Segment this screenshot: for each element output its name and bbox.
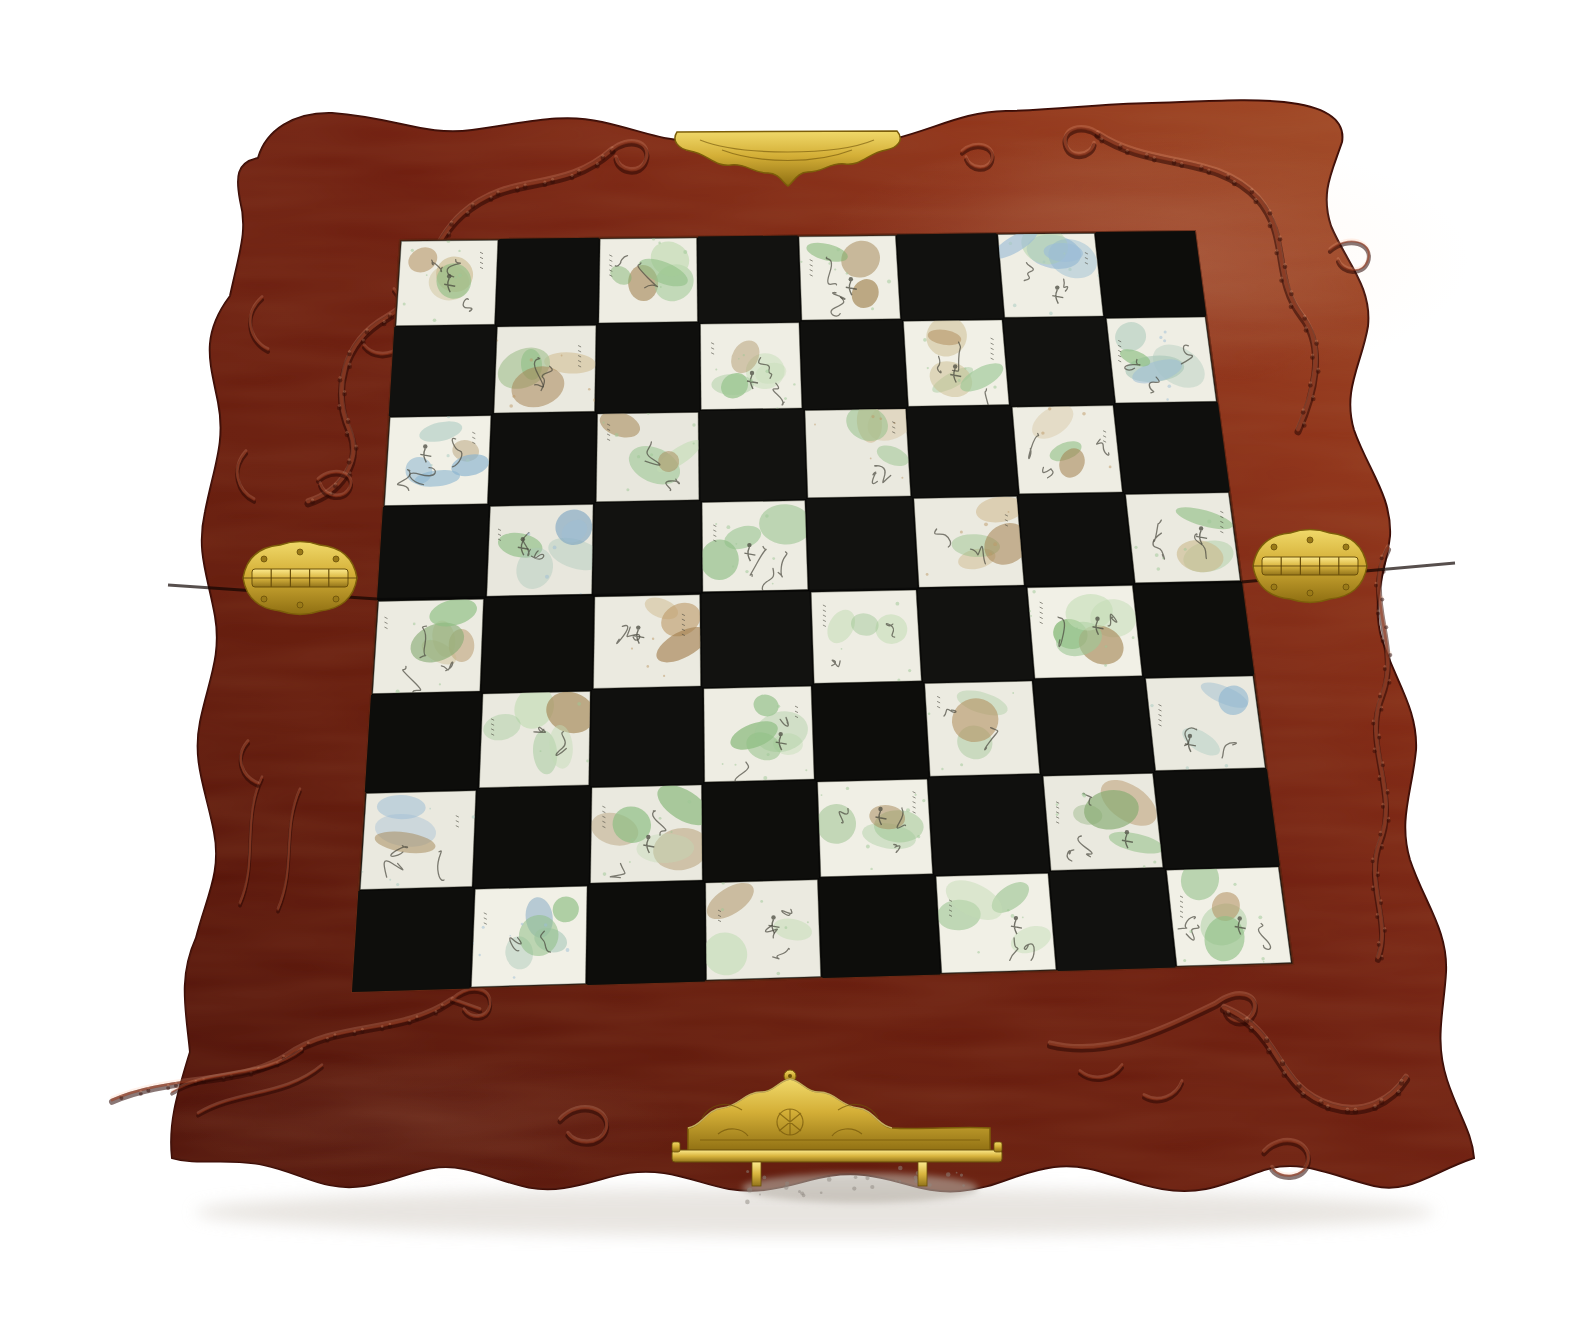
- square-e5[interactable]: [806, 497, 917, 591]
- square-f1[interactable]: [936, 872, 1056, 973]
- square-h6[interactable]: [1114, 403, 1230, 494]
- square-c5[interactable]: [593, 501, 701, 595]
- square-b5[interactable]: [487, 505, 608, 597]
- square-a6[interactable]: [385, 415, 491, 506]
- square-h4[interactable]: [1134, 582, 1255, 677]
- square-e1[interactable]: [819, 875, 940, 978]
- folding-chess-board-photo: [0, 0, 1586, 1331]
- square-h1[interactable]: [1167, 854, 1292, 966]
- square-c1[interactable]: [587, 882, 705, 986]
- square-e2[interactable]: [812, 779, 933, 877]
- square-d6[interactable]: [700, 409, 807, 501]
- square-a8[interactable]: [396, 239, 498, 326]
- square-g5[interactable]: [1018, 493, 1134, 586]
- square-d2[interactable]: [703, 781, 819, 882]
- square-b6[interactable]: [489, 413, 596, 505]
- square-f7[interactable]: [904, 308, 1010, 414]
- square-d5[interactable]: [700, 501, 813, 597]
- square-g7[interactable]: [1003, 317, 1114, 406]
- square-b7[interactable]: [491, 326, 597, 414]
- square-d1[interactable]: [696, 876, 821, 984]
- square-f2[interactable]: [929, 775, 1050, 875]
- square-c4[interactable]: [594, 593, 714, 688]
- square-e7[interactable]: [800, 320, 907, 409]
- square-a7[interactable]: [389, 326, 496, 416]
- brass-hinge-left: [243, 542, 357, 615]
- square-g1[interactable]: [1050, 869, 1176, 971]
- square-a5[interactable]: [377, 505, 489, 600]
- square-f3[interactable]: [925, 681, 1041, 776]
- square-e4[interactable]: [811, 590, 921, 683]
- square-b2[interactable]: [474, 786, 591, 888]
- square-g2[interactable]: [1043, 771, 1166, 871]
- chess-board: [352, 220, 1293, 992]
- square-f6[interactable]: [907, 406, 1018, 497]
- square-a3[interactable]: [365, 693, 482, 793]
- square-d4[interactable]: [701, 591, 812, 687]
- square-h8[interactable]: [1096, 231, 1207, 317]
- square-h3[interactable]: [1146, 676, 1265, 771]
- board-scene: [0, 0, 1586, 1331]
- square-g8[interactable]: [989, 220, 1103, 318]
- square-g6[interactable]: [1012, 398, 1122, 494]
- square-e8[interactable]: [799, 234, 900, 320]
- square-a2[interactable]: [360, 790, 476, 890]
- square-b8[interactable]: [496, 238, 599, 326]
- square-g3[interactable]: [1034, 677, 1155, 775]
- square-d7[interactable]: [701, 323, 802, 411]
- square-h2[interactable]: [1154, 769, 1280, 869]
- square-b3[interactable]: [479, 679, 600, 788]
- square-a1[interactable]: [352, 888, 474, 992]
- square-c3[interactable]: [590, 687, 703, 786]
- square-h7[interactable]: [1107, 317, 1217, 403]
- square-d8[interactable]: [698, 236, 800, 323]
- square-g4[interactable]: [1027, 586, 1142, 679]
- square-c6[interactable]: [596, 407, 705, 502]
- square-b1[interactable]: [471, 886, 587, 987]
- square-f8[interactable]: [897, 233, 1004, 320]
- square-c8[interactable]: [599, 236, 701, 323]
- brass-hinge-right: [1253, 530, 1367, 603]
- square-d3[interactable]: [704, 686, 814, 785]
- square-e3[interactable]: [813, 682, 929, 780]
- square-h5[interactable]: [1126, 493, 1240, 583]
- square-f4[interactable]: [918, 586, 1034, 682]
- square-b4[interactable]: [481, 596, 593, 693]
- square-c2[interactable]: [587, 777, 717, 883]
- square-a4[interactable]: [373, 594, 484, 696]
- square-c7[interactable]: [596, 323, 700, 413]
